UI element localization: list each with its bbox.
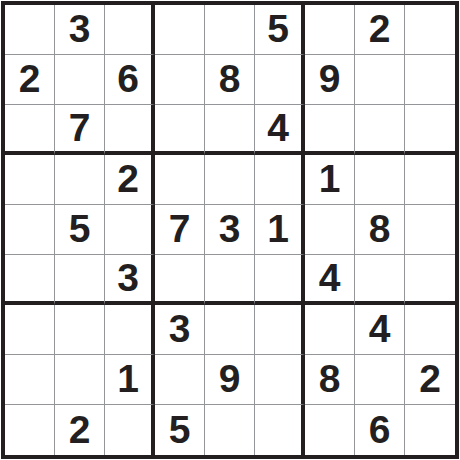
- cell-r7c4[interactable]: 3: [155, 305, 205, 355]
- cell-r6c4[interactable]: [155, 255, 205, 305]
- cell-r7c1[interactable]: [5, 305, 55, 355]
- cell-r4c3[interactable]: 2: [105, 155, 155, 205]
- cell-r7c7[interactable]: [305, 305, 355, 355]
- cell-r5c7[interactable]: [305, 205, 355, 255]
- cell-r1c1[interactable]: [5, 5, 55, 55]
- cell-r9c3[interactable]: [105, 405, 155, 455]
- cell-r2c3[interactable]: 6: [105, 55, 155, 105]
- cell-r6c6[interactable]: [255, 255, 305, 305]
- cell-r8c1[interactable]: [5, 355, 55, 405]
- cell-r5c9[interactable]: [405, 205, 455, 255]
- cell-r4c4[interactable]: [155, 155, 205, 205]
- cell-r8c3[interactable]: 1: [105, 355, 155, 405]
- cell-r1c3[interactable]: [105, 5, 155, 55]
- cell-r3c5[interactable]: [205, 105, 255, 155]
- cell-r9c9[interactable]: [405, 405, 455, 455]
- cell-r5c4[interactable]: 7: [155, 205, 205, 255]
- cell-r1c6[interactable]: 5: [255, 5, 305, 55]
- cell-r9c5[interactable]: [205, 405, 255, 455]
- cell-r4c8[interactable]: [355, 155, 405, 205]
- cell-r2c7[interactable]: 9: [305, 55, 355, 105]
- cell-r6c7[interactable]: 4: [305, 255, 355, 305]
- cell-r7c8[interactable]: 4: [355, 305, 405, 355]
- cell-r4c7[interactable]: 1: [305, 155, 355, 205]
- cell-r1c5[interactable]: [205, 5, 255, 55]
- cell-r7c9[interactable]: [405, 305, 455, 355]
- cell-r3c3[interactable]: [105, 105, 155, 155]
- cell-r1c7[interactable]: [305, 5, 355, 55]
- cell-r9c4[interactable]: 5: [155, 405, 205, 455]
- cell-r2c1[interactable]: 2: [5, 55, 55, 105]
- sudoku-board: 352268974215731834341982256: [1, 1, 459, 459]
- cell-r8c2[interactable]: [55, 355, 105, 405]
- cell-r7c3[interactable]: [105, 305, 155, 355]
- cell-r6c1[interactable]: [5, 255, 55, 305]
- cell-r4c2[interactable]: [55, 155, 105, 205]
- cell-r8c4[interactable]: [155, 355, 205, 405]
- cell-r5c3[interactable]: [105, 205, 155, 255]
- cell-r4c6[interactable]: [255, 155, 305, 205]
- cell-r3c6[interactable]: 4: [255, 105, 305, 155]
- cell-r6c5[interactable]: [205, 255, 255, 305]
- cell-r8c5[interactable]: 9: [205, 355, 255, 405]
- cell-r6c9[interactable]: [405, 255, 455, 305]
- cell-r9c8[interactable]: 6: [355, 405, 405, 455]
- cell-r2c5[interactable]: 8: [205, 55, 255, 105]
- cell-r7c5[interactable]: [205, 305, 255, 355]
- cell-r4c1[interactable]: [5, 155, 55, 205]
- cell-r1c9[interactable]: [405, 5, 455, 55]
- cell-r8c9[interactable]: 2: [405, 355, 455, 405]
- cell-r5c8[interactable]: 8: [355, 205, 405, 255]
- cell-r5c5[interactable]: 3: [205, 205, 255, 255]
- cell-r5c2[interactable]: 5: [55, 205, 105, 255]
- cell-r2c2[interactable]: [55, 55, 105, 105]
- cell-r2c9[interactable]: [405, 55, 455, 105]
- cell-r6c2[interactable]: [55, 255, 105, 305]
- cell-r2c4[interactable]: [155, 55, 205, 105]
- cell-r8c8[interactable]: [355, 355, 405, 405]
- cell-r2c8[interactable]: [355, 55, 405, 105]
- cell-r8c7[interactable]: 8: [305, 355, 355, 405]
- cell-r3c4[interactable]: [155, 105, 205, 155]
- cell-r9c1[interactable]: [5, 405, 55, 455]
- cell-r4c5[interactable]: [205, 155, 255, 205]
- cell-r3c9[interactable]: [405, 105, 455, 155]
- cell-r7c2[interactable]: [55, 305, 105, 355]
- cell-r9c6[interactable]: [255, 405, 305, 455]
- cell-r4c9[interactable]: [405, 155, 455, 205]
- cell-r1c2[interactable]: 3: [55, 5, 105, 55]
- cell-r6c8[interactable]: [355, 255, 405, 305]
- cell-r9c7[interactable]: [305, 405, 355, 455]
- cell-r8c6[interactable]: [255, 355, 305, 405]
- cell-r7c6[interactable]: [255, 305, 305, 355]
- cell-r1c4[interactable]: [155, 5, 205, 55]
- cell-r6c3[interactable]: 3: [105, 255, 155, 305]
- cell-r5c1[interactable]: [5, 205, 55, 255]
- cell-r3c1[interactable]: [5, 105, 55, 155]
- cell-r9c2[interactable]: 2: [55, 405, 105, 455]
- cell-r3c7[interactable]: [305, 105, 355, 155]
- cell-r5c6[interactable]: 1: [255, 205, 305, 255]
- cell-r2c6[interactable]: [255, 55, 305, 105]
- cell-r3c8[interactable]: [355, 105, 405, 155]
- cell-r1c8[interactable]: 2: [355, 5, 405, 55]
- cell-r3c2[interactable]: 7: [55, 105, 105, 155]
